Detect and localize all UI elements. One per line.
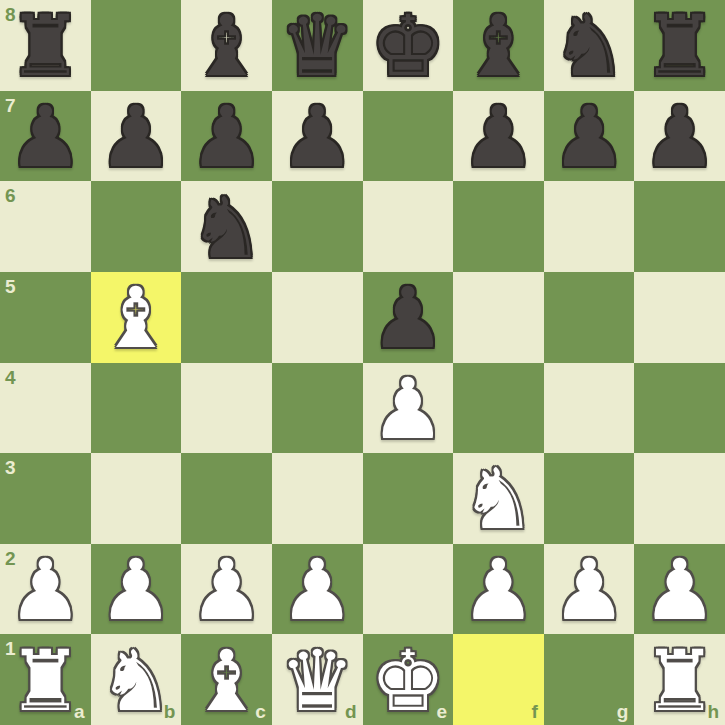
square-e3[interactable] <box>363 453 454 544</box>
white-queen[interactable]: ♛ <box>280 639 355 723</box>
square-d5[interactable] <box>272 272 363 363</box>
black-bishop[interactable]: ♝ <box>461 4 536 88</box>
square-f4[interactable] <box>453 363 544 454</box>
black-queen[interactable]: ♛ <box>280 4 355 88</box>
square-b5[interactable]: ♝ <box>91 272 182 363</box>
square-g7[interactable]: ♟ <box>544 91 635 182</box>
square-a1[interactable]: 1a♜ <box>0 634 91 725</box>
square-c6[interactable]: ♞ <box>181 181 272 272</box>
square-b8[interactable] <box>91 0 182 91</box>
black-pawn[interactable]: ♟ <box>280 95 355 179</box>
square-b2[interactable]: ♟ <box>91 544 182 635</box>
square-d7[interactable]: ♟ <box>272 91 363 182</box>
white-rook[interactable]: ♜ <box>642 639 717 723</box>
square-g1[interactable]: g <box>544 634 635 725</box>
square-f2[interactable]: ♟ <box>453 544 544 635</box>
white-knight[interactable]: ♞ <box>98 639 173 723</box>
square-e5[interactable]: ♟ <box>363 272 454 363</box>
square-d4[interactable] <box>272 363 363 454</box>
square-e7[interactable] <box>363 91 454 182</box>
square-e4[interactable]: ♟ <box>363 363 454 454</box>
white-pawn[interactable]: ♟ <box>370 367 445 451</box>
white-bishop[interactable]: ♝ <box>98 276 173 360</box>
square-b3[interactable] <box>91 453 182 544</box>
square-b4[interactable] <box>91 363 182 454</box>
square-c8[interactable]: ♝ <box>181 0 272 91</box>
square-a8[interactable]: 8♜ <box>0 0 91 91</box>
square-g3[interactable] <box>544 453 635 544</box>
square-b7[interactable]: ♟ <box>91 91 182 182</box>
square-h4[interactable] <box>634 363 725 454</box>
square-f7[interactable]: ♟ <box>453 91 544 182</box>
white-pawn[interactable]: ♟ <box>461 548 536 632</box>
square-h7[interactable]: ♟ <box>634 91 725 182</box>
square-h5[interactable] <box>634 272 725 363</box>
file-label-g: g <box>617 702 629 721</box>
white-bishop[interactable]: ♝ <box>189 639 264 723</box>
black-pawn[interactable]: ♟ <box>8 95 83 179</box>
square-c5[interactable] <box>181 272 272 363</box>
square-a4[interactable]: 4 <box>0 363 91 454</box>
white-king[interactable]: ♚ <box>370 639 445 723</box>
square-a2[interactable]: 2♟ <box>0 544 91 635</box>
white-knight[interactable]: ♞ <box>461 457 536 541</box>
square-g8[interactable]: ♞ <box>544 0 635 91</box>
square-c1[interactable]: c♝ <box>181 634 272 725</box>
square-f6[interactable] <box>453 181 544 272</box>
square-e8[interactable]: ♚ <box>363 0 454 91</box>
black-pawn[interactable]: ♟ <box>370 276 445 360</box>
black-pawn[interactable]: ♟ <box>642 95 717 179</box>
square-d8[interactable]: ♛ <box>272 0 363 91</box>
square-f5[interactable] <box>453 272 544 363</box>
square-c7[interactable]: ♟ <box>181 91 272 182</box>
square-d2[interactable]: ♟ <box>272 544 363 635</box>
black-pawn[interactable]: ♟ <box>461 95 536 179</box>
square-f1[interactable]: f <box>453 634 544 725</box>
black-knight[interactable]: ♞ <box>189 186 264 270</box>
chess-board: 8♜♝♛♚♝♞♜7♟♟♟♟♟♟♟6♞5♝♟4♟3♞2♟♟♟♟♟♟♟1a♜b♞c♝… <box>0 0 725 725</box>
square-e6[interactable] <box>363 181 454 272</box>
white-pawn[interactable]: ♟ <box>280 548 355 632</box>
square-b6[interactable] <box>91 181 182 272</box>
rank-label-4: 4 <box>5 368 16 387</box>
rank-label-6: 6 <box>5 186 16 205</box>
square-g5[interactable] <box>544 272 635 363</box>
square-a5[interactable]: 5 <box>0 272 91 363</box>
square-g2[interactable]: ♟ <box>544 544 635 635</box>
black-rook[interactable]: ♜ <box>8 4 83 88</box>
square-a7[interactable]: 7♟ <box>0 91 91 182</box>
square-h3[interactable] <box>634 453 725 544</box>
black-pawn[interactable]: ♟ <box>98 95 173 179</box>
square-e2[interactable] <box>363 544 454 635</box>
white-pawn[interactable]: ♟ <box>189 548 264 632</box>
white-rook[interactable]: ♜ <box>8 639 83 723</box>
black-king[interactable]: ♚ <box>370 4 445 88</box>
square-f3[interactable]: ♞ <box>453 453 544 544</box>
white-pawn[interactable]: ♟ <box>642 548 717 632</box>
white-pawn[interactable]: ♟ <box>98 548 173 632</box>
black-rook[interactable]: ♜ <box>642 4 717 88</box>
square-a3[interactable]: 3 <box>0 453 91 544</box>
square-e1[interactable]: e♚ <box>363 634 454 725</box>
square-d3[interactable] <box>272 453 363 544</box>
square-d1[interactable]: d♛ <box>272 634 363 725</box>
black-pawn[interactable]: ♟ <box>551 95 626 179</box>
file-label-f: f <box>531 702 537 721</box>
square-f8[interactable]: ♝ <box>453 0 544 91</box>
black-knight[interactable]: ♞ <box>551 4 626 88</box>
square-d6[interactable] <box>272 181 363 272</box>
white-pawn[interactable]: ♟ <box>8 548 83 632</box>
square-c3[interactable] <box>181 453 272 544</box>
square-c4[interactable] <box>181 363 272 454</box>
square-g6[interactable] <box>544 181 635 272</box>
rank-label-3: 3 <box>5 458 16 477</box>
square-h2[interactable]: ♟ <box>634 544 725 635</box>
square-h6[interactable] <box>634 181 725 272</box>
square-c2[interactable]: ♟ <box>181 544 272 635</box>
square-a6[interactable]: 6 <box>0 181 91 272</box>
square-h8[interactable]: ♜ <box>634 0 725 91</box>
square-g4[interactable] <box>544 363 635 454</box>
rank-label-5: 5 <box>5 277 16 296</box>
square-h1[interactable]: h♜ <box>634 634 725 725</box>
black-bishop[interactable]: ♝ <box>189 4 264 88</box>
white-pawn[interactable]: ♟ <box>551 548 626 632</box>
black-pawn[interactable]: ♟ <box>189 95 264 179</box>
square-b1[interactable]: b♞ <box>91 634 182 725</box>
